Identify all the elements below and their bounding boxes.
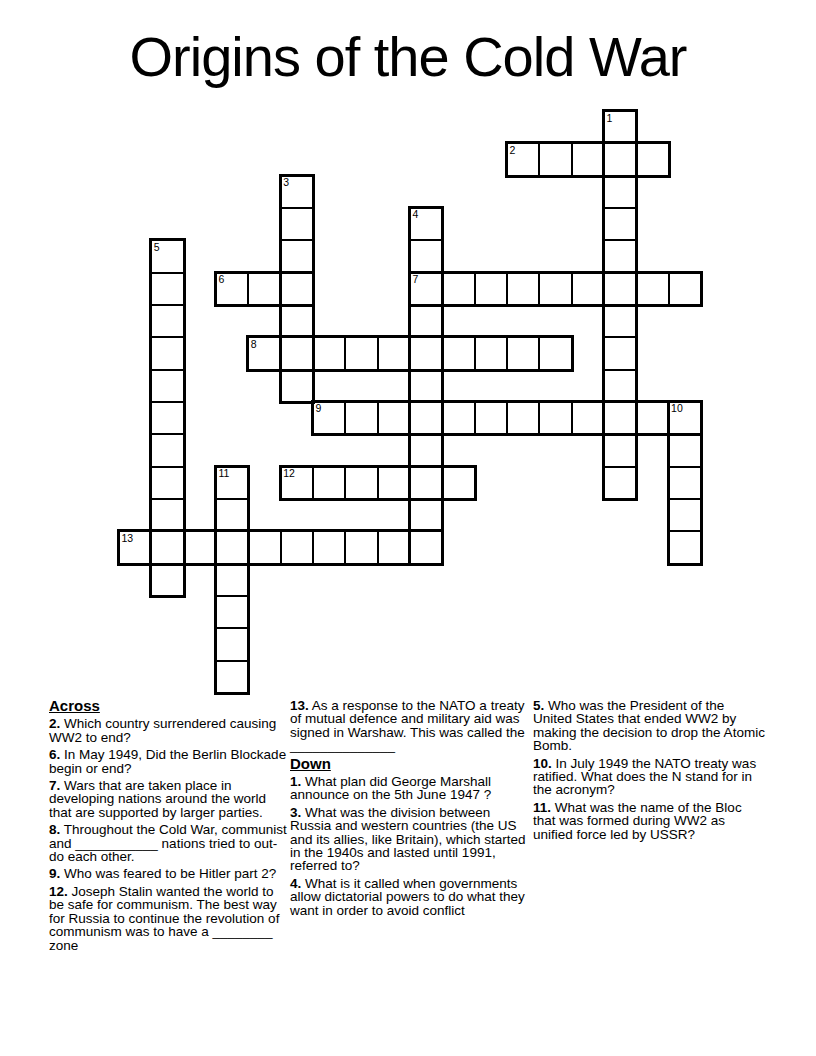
grid-cell[interactable]	[280, 272, 314, 306]
grid-cell[interactable]	[668, 272, 702, 306]
grid-cell[interactable]	[150, 563, 184, 597]
grid-cell[interactable]	[474, 401, 508, 435]
clue-5-down: 5. Who was the President of the United S…	[533, 699, 767, 753]
grid-cell[interactable]	[409, 401, 443, 435]
grid-cell[interactable]	[150, 304, 184, 338]
grid-cell[interactable]	[280, 530, 314, 564]
grid-cell[interactable]	[474, 336, 508, 370]
grid-cell[interactable]	[280, 207, 314, 241]
grid-cell[interactable]	[150, 401, 184, 435]
grid-cell[interactable]	[409, 336, 443, 370]
across-clues-list: 2. Which country surrendered causing WW2…	[49, 717, 287, 952]
grid-cell[interactable]	[377, 530, 411, 564]
grid-cell[interactable]	[668, 401, 702, 435]
grid-cell[interactable]	[344, 530, 378, 564]
clue-4-down: 4. What is it called when governments al…	[290, 877, 526, 917]
grid-cell[interactable]	[668, 433, 702, 467]
grid-cell[interactable]	[280, 239, 314, 273]
grid-cell[interactable]	[603, 110, 637, 144]
grid-cell[interactable]	[118, 530, 152, 564]
crossword-grid: 26789121313451011	[118, 110, 704, 696]
clue-1-down: 1. What plan did George Marshall announc…	[290, 775, 526, 802]
grid-cell[interactable]	[150, 530, 184, 564]
across-clues-overflow: 13. As a response to the NATO a treaty o…	[290, 699, 526, 753]
grid-cell[interactable]	[603, 466, 637, 500]
grid-cell[interactable]	[635, 142, 669, 176]
grid-cell[interactable]	[668, 498, 702, 532]
clue-6-across: 6. In May 1949, Did the Berlin Blockade …	[49, 748, 287, 775]
grid-cell[interactable]	[280, 336, 314, 370]
grid-cell[interactable]	[344, 466, 378, 500]
grid-cell[interactable]	[441, 466, 475, 500]
down-header: Down	[290, 757, 526, 770]
grid-cell[interactable]	[312, 401, 346, 435]
grid-cell[interactable]	[635, 401, 669, 435]
grid-cell[interactable]	[506, 336, 540, 370]
grid-cell[interactable]	[312, 466, 346, 500]
grid-cell[interactable]	[409, 272, 443, 306]
grid-cell[interactable]	[441, 272, 475, 306]
grid-cell[interactable]	[409, 207, 443, 241]
grid-cell[interactable]	[280, 304, 314, 338]
grid-cell[interactable]	[409, 466, 443, 500]
grid-cell[interactable]	[603, 142, 637, 176]
grid-cell[interactable]	[247, 336, 281, 370]
clues-column-right: 5. Who was the President of the United S…	[533, 699, 767, 845]
grid-cell[interactable]	[150, 239, 184, 273]
grid-cell[interactable]	[215, 272, 249, 306]
grid-cell[interactable]	[215, 660, 249, 694]
across-header: Across	[49, 699, 287, 712]
grid-cell[interactable]	[538, 401, 572, 435]
grid-cell[interactable]	[215, 595, 249, 629]
grid-cell[interactable]	[474, 272, 508, 306]
grid-cell[interactable]	[603, 336, 637, 370]
clue-7-across: 7. Wars that are taken place in developi…	[49, 779, 287, 819]
clue-9-across: 9. Who was feared to be Hitler part 2?	[49, 867, 287, 880]
grid-cell[interactable]	[409, 498, 443, 532]
grid-cell[interactable]	[377, 466, 411, 500]
grid-cell[interactable]	[247, 530, 281, 564]
grid-cell[interactable]	[571, 272, 605, 306]
clue-10-down: 10. In July 1949 the NATO treaty was rat…	[533, 757, 767, 797]
grid-cell[interactable]	[215, 466, 249, 500]
grid-cell[interactable]	[377, 336, 411, 370]
grid-cell[interactable]	[603, 175, 637, 209]
grid-cell[interactable]	[409, 304, 443, 338]
grid-cell[interactable]	[409, 369, 443, 403]
grid-cell[interactable]	[538, 142, 572, 176]
grid-cell[interactable]	[506, 272, 540, 306]
grid-cell[interactable]	[377, 401, 411, 435]
grid-cell[interactable]	[215, 530, 249, 564]
grid-cell[interactable]	[344, 336, 378, 370]
grid-cell[interactable]	[183, 530, 217, 564]
grid-cell[interactable]	[150, 369, 184, 403]
grid-cell[interactable]	[571, 401, 605, 435]
grid-cell[interactable]	[280, 175, 314, 209]
grid-cell[interactable]	[344, 401, 378, 435]
down-clues-overflow: 5. Who was the President of the United S…	[533, 699, 767, 841]
grid-cell[interactable]	[312, 530, 346, 564]
grid-cell[interactable]	[506, 401, 540, 435]
grid-cell[interactable]	[538, 272, 572, 306]
grid-cell[interactable]	[409, 433, 443, 467]
down-clues-list: 1. What plan did George Marshall announc…	[290, 775, 526, 917]
grid-cell[interactable]	[603, 401, 637, 435]
grid-cell[interactable]	[215, 627, 249, 661]
grid-cell[interactable]	[150, 433, 184, 467]
grid-cell[interactable]	[280, 466, 314, 500]
grid-cell[interactable]	[668, 530, 702, 564]
grid-cell[interactable]	[571, 142, 605, 176]
puzzle-title: Origins of the Cold War	[0, 24, 816, 89]
clue-8-across: 8. Throughout the Cold War, communist an…	[49, 823, 287, 863]
grid-cell[interactable]	[247, 272, 281, 306]
grid-cell[interactable]	[150, 466, 184, 500]
grid-cell[interactable]	[280, 369, 314, 403]
grid-cell[interactable]	[538, 336, 572, 370]
clue-2-across: 2. Which country surrendered causing WW2…	[49, 717, 287, 744]
grid-cell[interactable]	[409, 239, 443, 273]
clues-column-across: Across 2. Which country surrendered caus…	[49, 699, 287, 956]
clue-12-across: 12. Joseph Stalin wanted the world to be…	[49, 885, 287, 952]
grid-cell[interactable]	[603, 239, 637, 273]
grid-cell[interactable]	[603, 207, 637, 241]
grid-cell[interactable]	[312, 336, 346, 370]
grid-cell[interactable]	[150, 336, 184, 370]
grid-cell[interactable]	[409, 530, 443, 564]
grid-cell[interactable]	[603, 433, 637, 467]
grid-cell[interactable]	[603, 272, 637, 306]
clue-13-across: 13. As a response to the NATO a treaty o…	[290, 699, 526, 753]
grid-cell[interactable]	[635, 272, 669, 306]
clue-3-down: 3. What was the division between Russia …	[290, 806, 526, 873]
grid-cell[interactable]	[150, 498, 184, 532]
grid-cell[interactable]	[603, 369, 637, 403]
grid-cell[interactable]	[441, 336, 475, 370]
grid-cell[interactable]	[150, 272, 184, 306]
clue-11-down: 11. What was the name of the Bloc that w…	[533, 801, 767, 841]
clues-column-middle: 13. As a response to the NATO a treaty o…	[290, 699, 526, 921]
grid-cell[interactable]	[215, 498, 249, 532]
grid-cell[interactable]	[506, 142, 540, 176]
grid-cell[interactable]	[603, 304, 637, 338]
grid-cell[interactable]	[668, 466, 702, 500]
grid-cell[interactable]	[215, 563, 249, 597]
grid-cell[interactable]	[441, 401, 475, 435]
